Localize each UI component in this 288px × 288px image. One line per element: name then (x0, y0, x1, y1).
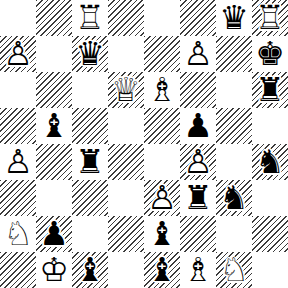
white-knight-g1-piece: ♞♘ (219, 252, 249, 288)
white-rook-h8-piece: ♜♖ (255, 0, 285, 36)
square-f5[interactable]: ♟ (180, 108, 216, 144)
black-pawn-b2-piece: ♟ (39, 216, 69, 252)
white-pawn-f4-piece: ♟♙ (183, 144, 213, 180)
square-h6[interactable]: ♜ (252, 72, 288, 108)
black-queen-c7-piece: ♛ (75, 36, 105, 72)
square-e2[interactable]: ♝ (144, 216, 180, 252)
square-h5[interactable] (252, 108, 288, 144)
square-b2[interactable]: ♟ (36, 216, 72, 252)
square-f3[interactable]: ♜ (180, 180, 216, 216)
square-c5[interactable] (72, 108, 108, 144)
black-bishop-e1-piece: ♝ (147, 252, 177, 288)
square-c4[interactable]: ♜ (72, 144, 108, 180)
white-pawn-a4-piece: ♟♙ (3, 144, 33, 180)
black-rook-f3-piece: ♜ (183, 180, 213, 216)
square-d3[interactable] (108, 180, 144, 216)
square-a7[interactable]: ♟♙ (0, 36, 36, 72)
square-g7[interactable] (216, 36, 252, 72)
square-f2[interactable] (180, 216, 216, 252)
white-rook-c8-piece: ♜♖ (75, 0, 105, 36)
square-a8[interactable] (0, 0, 36, 36)
square-b5[interactable]: ♝ (36, 108, 72, 144)
white-bishop-e6-piece: ♝♗ (147, 72, 177, 108)
square-f6[interactable] (180, 72, 216, 108)
white-queen-d6-piece: ♛♕ (111, 72, 141, 108)
square-h1[interactable] (252, 252, 288, 288)
white-bishop-f1-piece: ♝♗ (183, 252, 213, 288)
square-c8[interactable]: ♜♖ (72, 0, 108, 36)
square-f1[interactable]: ♝♗ (180, 252, 216, 288)
white-pawn-e3-piece: ♟♙ (147, 180, 177, 216)
square-h8[interactable]: ♜♖ (252, 0, 288, 36)
square-d2[interactable] (108, 216, 144, 252)
black-bishop-c1-piece: ♝ (75, 252, 105, 288)
square-h3[interactable] (252, 180, 288, 216)
square-g6[interactable] (216, 72, 252, 108)
square-h4[interactable]: ♞ (252, 144, 288, 180)
square-b6[interactable] (36, 72, 72, 108)
square-e7[interactable] (144, 36, 180, 72)
square-e1[interactable]: ♝ (144, 252, 180, 288)
square-f8[interactable] (180, 0, 216, 36)
square-g2[interactable] (216, 216, 252, 252)
square-d5[interactable] (108, 108, 144, 144)
square-f7[interactable]: ♟♙ (180, 36, 216, 72)
square-b4[interactable] (36, 144, 72, 180)
square-c7[interactable]: ♛ (72, 36, 108, 72)
black-rook-c4-piece: ♜ (75, 144, 105, 180)
square-a4[interactable]: ♟♙ (0, 144, 36, 180)
square-e4[interactable] (144, 144, 180, 180)
square-d6[interactable]: ♛♕ (108, 72, 144, 108)
square-b3[interactable] (36, 180, 72, 216)
square-d7[interactable] (108, 36, 144, 72)
white-pawn-a7-piece: ♟♙ (3, 36, 33, 72)
square-h7[interactable]: ♚ (252, 36, 288, 72)
black-bishop-e2-piece: ♝ (147, 216, 177, 252)
square-h2[interactable] (252, 216, 288, 252)
white-knight-a2-piece: ♞♘ (3, 216, 33, 252)
square-d4[interactable] (108, 144, 144, 180)
square-g3[interactable]: ♞ (216, 180, 252, 216)
square-a1[interactable] (0, 252, 36, 288)
square-c1[interactable]: ♝ (72, 252, 108, 288)
square-g8[interactable]: ♛ (216, 0, 252, 36)
square-d1[interactable] (108, 252, 144, 288)
black-pawn-f5-piece: ♟ (183, 108, 213, 144)
black-bishop-b5-piece: ♝ (39, 108, 69, 144)
square-e8[interactable] (144, 0, 180, 36)
square-b8[interactable] (36, 0, 72, 36)
black-knight-g3-piece: ♞ (219, 180, 249, 216)
square-c3[interactable] (72, 180, 108, 216)
white-pawn-f7-piece: ♟♙ (183, 36, 213, 72)
black-knight-h4-piece: ♞ (255, 144, 285, 180)
square-e3[interactable]: ♟♙ (144, 180, 180, 216)
square-g5[interactable] (216, 108, 252, 144)
black-queen-g8-piece: ♛ (219, 0, 249, 36)
square-g1[interactable]: ♞♘ (216, 252, 252, 288)
square-d8[interactable] (108, 0, 144, 36)
square-a2[interactable]: ♞♘ (0, 216, 36, 252)
square-e5[interactable] (144, 108, 180, 144)
square-a6[interactable] (0, 72, 36, 108)
square-c6[interactable] (72, 72, 108, 108)
square-f4[interactable]: ♟♙ (180, 144, 216, 180)
square-a3[interactable] (0, 180, 36, 216)
square-g4[interactable] (216, 144, 252, 180)
square-b7[interactable] (36, 36, 72, 72)
square-c2[interactable] (72, 216, 108, 252)
black-king-h7-piece: ♚ (255, 36, 285, 72)
black-rook-h6-piece: ♜ (255, 72, 285, 108)
white-king-b1-piece: ♚♔ (39, 252, 69, 288)
square-b1[interactable]: ♚♔ (36, 252, 72, 288)
chess-board: ♜♖♛♜♖♟♙♛♟♙♚♛♕♝♗♜♝♟♟♙♜♟♙♞♟♙♜♞♞♘♟♝♚♔♝♝♝♗♞♘ (0, 0, 288, 288)
square-a5[interactable] (0, 108, 36, 144)
square-e6[interactable]: ♝♗ (144, 72, 180, 108)
